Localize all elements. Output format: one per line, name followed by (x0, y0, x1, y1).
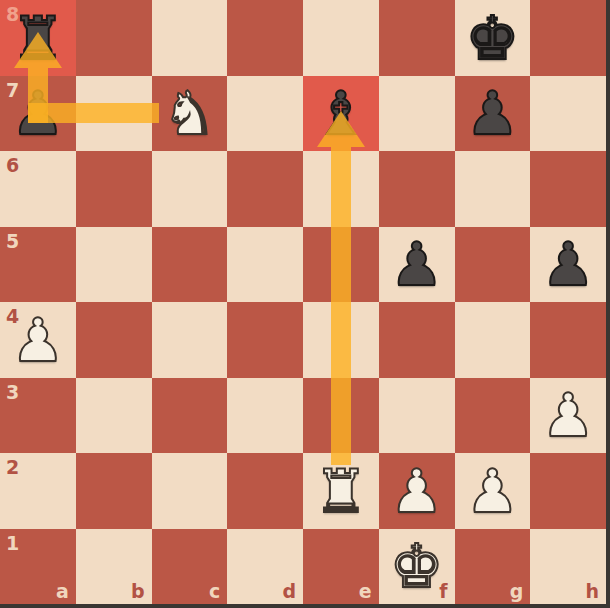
file-label-g: g (510, 580, 524, 602)
square-c2[interactable] (152, 453, 228, 529)
white-rook-e2[interactable]: ♜ (303, 453, 379, 529)
file-label-c: c (209, 580, 220, 602)
square-c8[interactable] (152, 0, 228, 76)
square-b3[interactable] (76, 378, 152, 454)
square-f8[interactable] (379, 0, 455, 76)
square-e4[interactable] (303, 302, 379, 378)
file-label-e: e (359, 580, 372, 602)
square-b1[interactable]: b (76, 529, 152, 605)
file-label-h: h (585, 580, 599, 602)
square-b5[interactable] (76, 227, 152, 303)
black-rook-a8[interactable]: ♜ (0, 0, 76, 76)
square-h4[interactable] (530, 302, 606, 378)
black-pawn-h5[interactable]: ♟ (530, 227, 606, 303)
square-f6[interactable] (379, 151, 455, 227)
square-f4[interactable] (379, 302, 455, 378)
square-d3[interactable] (227, 378, 303, 454)
square-g8[interactable]: ♚ (455, 0, 531, 76)
square-d7[interactable] (227, 76, 303, 152)
square-a8[interactable]: 8♜ (0, 0, 76, 76)
square-a7[interactable]: 7♟ (0, 76, 76, 152)
square-h6[interactable] (530, 151, 606, 227)
square-c6[interactable] (152, 151, 228, 227)
white-pawn-h3[interactable]: ♟ (530, 378, 606, 454)
square-d4[interactable] (227, 302, 303, 378)
square-b7[interactable] (76, 76, 152, 152)
square-e5[interactable] (303, 227, 379, 303)
file-label-b: b (131, 580, 145, 602)
square-e6[interactable] (303, 151, 379, 227)
square-c5[interactable] (152, 227, 228, 303)
square-d6[interactable] (227, 151, 303, 227)
square-b2[interactable] (76, 453, 152, 529)
square-d1[interactable]: d (227, 529, 303, 605)
square-e2[interactable]: ♜ (303, 453, 379, 529)
chess-app-window: 8♜♚7♟♞♝♟65♟♟4♟3♟2♜♟♟1abcdef♚gh (0, 0, 610, 608)
square-e1[interactable]: e (303, 529, 379, 605)
square-b4[interactable] (76, 302, 152, 378)
rank-label-3: 3 (6, 381, 19, 403)
square-c7[interactable]: ♞ (152, 76, 228, 152)
square-e8[interactable] (303, 0, 379, 76)
square-g7[interactable]: ♟ (455, 76, 531, 152)
square-g3[interactable] (455, 378, 531, 454)
square-g2[interactable]: ♟ (455, 453, 531, 529)
square-f7[interactable] (379, 76, 455, 152)
square-d2[interactable] (227, 453, 303, 529)
square-a1[interactable]: 1a (0, 529, 76, 605)
rank-label-1: 1 (6, 532, 19, 554)
square-h8[interactable] (530, 0, 606, 76)
square-g4[interactable] (455, 302, 531, 378)
black-pawn-g7[interactable]: ♟ (455, 76, 531, 152)
white-pawn-a4[interactable]: ♟ (0, 302, 76, 378)
square-g5[interactable] (455, 227, 531, 303)
square-d8[interactable] (227, 0, 303, 76)
square-b8[interactable] (76, 0, 152, 76)
square-f5[interactable]: ♟ (379, 227, 455, 303)
square-a6[interactable]: 6 (0, 151, 76, 227)
rank-label-2: 2 (6, 456, 19, 478)
square-a5[interactable]: 5 (0, 227, 76, 303)
square-g1[interactable]: g (455, 529, 531, 605)
file-label-a: a (56, 580, 69, 602)
square-c4[interactable] (152, 302, 228, 378)
square-b6[interactable] (76, 151, 152, 227)
square-e3[interactable] (303, 378, 379, 454)
square-f3[interactable] (379, 378, 455, 454)
white-pawn-g2[interactable]: ♟ (455, 453, 531, 529)
black-pawn-f5[interactable]: ♟ (379, 227, 455, 303)
file-label-d: d (282, 580, 296, 602)
square-d5[interactable] (227, 227, 303, 303)
square-h5[interactable]: ♟ (530, 227, 606, 303)
black-pawn-a7[interactable]: ♟ (0, 76, 76, 152)
square-c1[interactable]: c (152, 529, 228, 605)
square-f1[interactable]: f♚ (379, 529, 455, 605)
white-pawn-f2[interactable]: ♟ (379, 453, 455, 529)
black-bishop-e7[interactable]: ♝ (303, 76, 379, 152)
white-king-f1[interactable]: ♚ (379, 529, 455, 605)
square-h7[interactable] (530, 76, 606, 152)
square-h1[interactable]: h (530, 529, 606, 605)
square-h2[interactable] (530, 453, 606, 529)
white-knight-c7[interactable]: ♞ (152, 76, 228, 152)
rank-label-5: 5 (6, 230, 19, 252)
square-a3[interactable]: 3 (0, 378, 76, 454)
square-a2[interactable]: 2 (0, 453, 76, 529)
square-g6[interactable] (455, 151, 531, 227)
square-e7[interactable]: ♝ (303, 76, 379, 152)
chess-board: 8♜♚7♟♞♝♟65♟♟4♟3♟2♜♟♟1abcdef♚gh (0, 0, 606, 604)
square-a4[interactable]: 4♟ (0, 302, 76, 378)
square-h3[interactable]: ♟ (530, 378, 606, 454)
square-f2[interactable]: ♟ (379, 453, 455, 529)
black-king-g8[interactable]: ♚ (455, 0, 531, 76)
rank-label-6: 6 (6, 154, 19, 176)
square-c3[interactable] (152, 378, 228, 454)
